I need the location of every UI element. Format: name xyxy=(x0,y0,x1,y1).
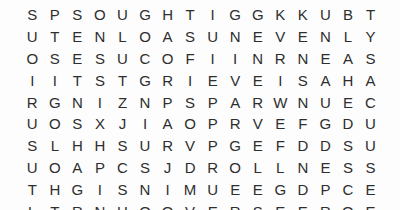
grid-cell[interactable]: M xyxy=(179,178,202,200)
grid-cell[interactable]: I xyxy=(89,91,112,113)
grid-cell[interactable]: E xyxy=(246,69,269,91)
grid-cell[interactable]: U xyxy=(201,178,224,200)
grid-cell[interactable]: S xyxy=(292,69,315,91)
grid-cell[interactable]: I xyxy=(224,48,247,70)
grid-cell[interactable]: G xyxy=(66,178,89,200)
grid-cell[interactable]: I xyxy=(89,178,112,200)
grid-cell[interactable]: S xyxy=(179,91,202,113)
grid-cell[interactable]: V xyxy=(269,26,292,48)
grid-cell[interactable]: U xyxy=(359,113,382,135)
grid-cell[interactable]: V xyxy=(246,113,269,135)
grid-cell[interactable]: E xyxy=(246,178,269,200)
grid-cell[interactable]: D xyxy=(314,135,337,157)
grid-cell[interactable]: T xyxy=(359,4,382,26)
grid-cell[interactable]: T xyxy=(44,26,67,48)
grid-cell[interactable]: G xyxy=(224,135,247,157)
grid-cell[interactable]: T xyxy=(21,178,44,200)
grid-cell[interactable]: V xyxy=(179,135,202,157)
grid-cell[interactable]: S xyxy=(66,4,89,26)
grid-cell[interactable]: S xyxy=(359,157,382,179)
grid-cell[interactable]: R xyxy=(201,157,224,179)
grid-cell[interactable]: J xyxy=(156,157,179,179)
grid-cell[interactable]: P xyxy=(89,157,112,179)
grid-cell[interactable]: L xyxy=(269,157,292,179)
grid-cell[interactable]: E xyxy=(269,113,292,135)
grid-cell[interactable]: I xyxy=(134,113,157,135)
grid-cell[interactable]: E xyxy=(292,200,315,210)
grid-cell[interactable]: S xyxy=(246,200,269,210)
grid-cell[interactable]: E xyxy=(337,91,360,113)
grid-cell[interactable]: U xyxy=(134,135,157,157)
grid-cell[interactable]: S xyxy=(21,4,44,26)
grid-cell[interactable]: I xyxy=(179,69,202,91)
grid-cell[interactable]: H xyxy=(111,200,134,210)
grid-cell[interactable]: P xyxy=(44,4,67,26)
grid-cell[interactable]: R xyxy=(66,200,89,210)
grid-cell[interactable]: O xyxy=(89,4,112,26)
grid-cell[interactable]: S xyxy=(111,178,134,200)
grid-cell[interactable]: N xyxy=(66,91,89,113)
grid-cell[interactable]: A xyxy=(337,48,360,70)
grid-cell[interactable]: S xyxy=(89,69,112,91)
grid-cell[interactable]: G xyxy=(134,69,157,91)
grid-cell[interactable]: E xyxy=(359,200,382,210)
word-search-board: SPSOUGHTIGGKKUBTUTENLOASUNEVENLYOSESUCOF… xyxy=(0,0,400,210)
grid-cell[interactable]: R xyxy=(21,91,44,113)
grid-cell[interactable]: E xyxy=(201,200,224,210)
grid-cell[interactable]: N xyxy=(134,91,157,113)
grid-cell[interactable]: N xyxy=(89,200,112,210)
grid-cell[interactable]: B xyxy=(337,4,360,26)
grid-cell[interactable]: R xyxy=(224,200,247,210)
grid-cell[interactable]: E xyxy=(246,26,269,48)
grid-cell[interactable]: A xyxy=(314,69,337,91)
grid-cell[interactable]: L xyxy=(44,135,67,157)
grid-cell[interactable]: A xyxy=(66,157,89,179)
grid-cell[interactable]: S xyxy=(21,135,44,157)
grid-cell[interactable]: E xyxy=(66,48,89,70)
grid-cell[interactable]: O xyxy=(134,26,157,48)
grid-cell[interactable]: R xyxy=(269,48,292,70)
grid-cell[interactable]: S xyxy=(179,26,202,48)
grid-cell[interactable]: E xyxy=(292,26,315,48)
grid-cell[interactable]: O xyxy=(179,113,202,135)
grid-cell[interactable]: I xyxy=(44,69,67,91)
grid-cell[interactable]: G xyxy=(224,4,247,26)
grid-cell[interactable]: S xyxy=(89,48,112,70)
grid-cell[interactable]: I xyxy=(269,69,292,91)
grid-cell[interactable]: O xyxy=(337,200,360,210)
grid-cell[interactable]: D xyxy=(292,178,315,200)
grid-cell[interactable]: L xyxy=(337,26,360,48)
grid-cell[interactable]: O xyxy=(44,157,67,179)
grid-cell[interactable]: D xyxy=(292,135,315,157)
grid-cell[interactable]: T xyxy=(44,200,67,210)
grid-cell[interactable]: R xyxy=(156,135,179,157)
grid-cell[interactable]: E xyxy=(201,69,224,91)
grid-cell[interactable]: P xyxy=(156,91,179,113)
grid-cell[interactable]: A xyxy=(156,26,179,48)
grid-cell[interactable]: S xyxy=(337,157,360,179)
grid-cell[interactable]: T xyxy=(66,69,89,91)
grid-cell[interactable]: G xyxy=(269,178,292,200)
grid-cell[interactable]: A xyxy=(224,91,247,113)
grid-cell[interactable]: S xyxy=(44,48,67,70)
word-search-grid: SPSOUGHTIGGKKUBTUTENLOASUNEVENLYOSESUCOF… xyxy=(21,4,382,210)
grid-cell[interactable]: V xyxy=(179,200,202,210)
grid-cell[interactable]: S xyxy=(111,135,134,157)
grid-cell[interactable]: P xyxy=(201,135,224,157)
grid-cell[interactable]: E xyxy=(269,200,292,210)
grid-cell[interactable]: V xyxy=(224,69,247,91)
grid-cell[interactable]: N xyxy=(224,26,247,48)
grid-cell[interactable]: O xyxy=(134,200,157,210)
grid-cell[interactable]: U xyxy=(314,4,337,26)
grid-cell[interactable]: S xyxy=(66,113,89,135)
grid-cell[interactable]: D xyxy=(179,157,202,179)
grid-cell[interactable]: O xyxy=(44,113,67,135)
grid-cell[interactable]: O xyxy=(156,48,179,70)
grid-cell[interactable]: N xyxy=(292,91,315,113)
grid-cell[interactable]: I xyxy=(201,4,224,26)
grid-cell[interactable]: I xyxy=(21,69,44,91)
grid-cell[interactable]: G xyxy=(246,4,269,26)
grid-cell[interactable]: U xyxy=(21,113,44,135)
grid-cell[interactable]: E xyxy=(66,26,89,48)
grid-cell[interactable]: G xyxy=(314,113,337,135)
grid-cell[interactable]: O xyxy=(156,200,179,210)
grid-cell[interactable]: W xyxy=(269,91,292,113)
grid-cell[interactable]: T xyxy=(111,69,134,91)
grid-cell[interactable]: E xyxy=(314,48,337,70)
grid-cell[interactable]: E xyxy=(224,178,247,200)
grid-cell[interactable]: L xyxy=(21,200,44,210)
grid-cell[interactable]: Y xyxy=(359,26,382,48)
grid-cell[interactable]: O xyxy=(224,157,247,179)
grid-cell[interactable]: E xyxy=(314,157,337,179)
grid-cell[interactable]: U xyxy=(21,157,44,179)
grid-cell[interactable]: K xyxy=(269,4,292,26)
grid-cell[interactable]: E xyxy=(359,178,382,200)
grid-cell[interactable]: L xyxy=(111,26,134,48)
grid-cell[interactable]: F xyxy=(179,48,202,70)
grid-cell[interactable]: F xyxy=(269,135,292,157)
grid-cell[interactable]: X xyxy=(89,113,112,135)
grid-cell[interactable]: H xyxy=(156,4,179,26)
grid-cell[interactable]: J xyxy=(111,113,134,135)
grid-cell[interactable]: G xyxy=(134,4,157,26)
grid-cell[interactable]: T xyxy=(179,4,202,26)
grid-cell[interactable]: I xyxy=(156,178,179,200)
grid-cell[interactable]: R xyxy=(156,69,179,91)
grid-cell[interactable]: P xyxy=(201,91,224,113)
grid-cell[interactable]: H xyxy=(66,135,89,157)
grid-cell[interactable]: P xyxy=(201,113,224,135)
grid-cell[interactable]: L xyxy=(246,157,269,179)
grid-cell[interactable]: G xyxy=(44,91,67,113)
grid-cell[interactable]: R xyxy=(246,91,269,113)
grid-cell[interactable]: D xyxy=(337,113,360,135)
grid-cell[interactable]: C xyxy=(134,48,157,70)
grid-cell[interactable]: I xyxy=(201,48,224,70)
grid-cell[interactable]: N xyxy=(134,178,157,200)
grid-cell[interactable]: U xyxy=(201,26,224,48)
grid-cell[interactable]: P xyxy=(314,178,337,200)
grid-cell[interactable]: N xyxy=(246,48,269,70)
grid-cell[interactable]: N xyxy=(89,26,112,48)
grid-cell[interactable]: U xyxy=(359,135,382,157)
grid-cell[interactable]: R xyxy=(314,200,337,210)
grid-cell[interactable]: A xyxy=(156,113,179,135)
grid-cell[interactable]: U xyxy=(111,4,134,26)
grid-cell[interactable]: S xyxy=(359,48,382,70)
grid-cell[interactable]: H xyxy=(89,135,112,157)
grid-cell[interactable]: R xyxy=(224,113,247,135)
grid-cell[interactable]: N xyxy=(292,157,315,179)
grid-cell[interactable]: E xyxy=(246,135,269,157)
grid-cell[interactable]: C xyxy=(111,157,134,179)
grid-cell[interactable]: U xyxy=(111,48,134,70)
grid-cell[interactable]: H xyxy=(337,69,360,91)
grid-cell[interactable]: H xyxy=(44,178,67,200)
grid-cell[interactable]: U xyxy=(314,91,337,113)
grid-cell[interactable]: A xyxy=(359,69,382,91)
grid-cell[interactable]: Z xyxy=(111,91,134,113)
grid-cell[interactable]: N xyxy=(292,48,315,70)
grid-cell[interactable]: U xyxy=(21,26,44,48)
grid-cell[interactable]: O xyxy=(21,48,44,70)
grid-cell[interactable]: S xyxy=(134,157,157,179)
grid-cell[interactable]: K xyxy=(292,4,315,26)
grid-cell[interactable]: N xyxy=(314,26,337,48)
grid-cell[interactable]: S xyxy=(337,135,360,157)
grid-cell[interactable]: F xyxy=(292,113,315,135)
grid-cell[interactable]: C xyxy=(337,178,360,200)
grid-cell[interactable]: C xyxy=(359,91,382,113)
